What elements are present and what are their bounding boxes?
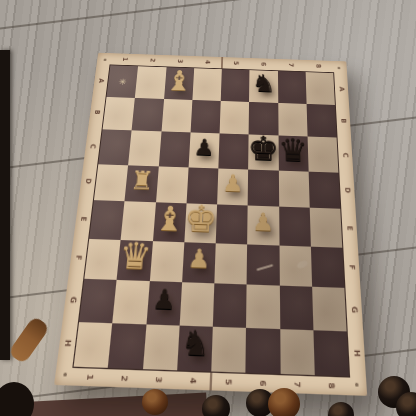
captured-wood-piece-top[interactable] xyxy=(142,389,168,415)
square-c5[interactable] xyxy=(218,133,248,169)
square-h5[interactable] xyxy=(211,326,246,373)
captured-black-piece-top[interactable] xyxy=(202,395,230,416)
square-d7[interactable] xyxy=(278,170,309,208)
coord-label-C: C xyxy=(88,144,96,149)
square-c3[interactable] xyxy=(158,131,190,167)
square-c1[interactable] xyxy=(98,129,131,165)
square-c6[interactable]: ♚ xyxy=(248,134,278,170)
coord-label-D: D xyxy=(84,179,93,185)
square-c8[interactable] xyxy=(307,136,338,172)
board-logo-star-icon: ✳ xyxy=(118,77,127,86)
square-a3[interactable]: ♝ xyxy=(164,67,194,99)
piece-white-rook-d2[interactable]: ♜ xyxy=(129,167,155,193)
square-b2[interactable] xyxy=(132,98,164,132)
coord-label-G: G xyxy=(68,296,78,303)
screw-dot xyxy=(338,67,341,70)
square-f5[interactable] xyxy=(214,243,247,285)
piece-white-queen-f2[interactable]: ♛ xyxy=(117,237,152,275)
coord-label-B: B xyxy=(339,119,347,124)
square-a5[interactable] xyxy=(221,69,250,101)
photo-scene: 12345678 12345678 ABCDEFGH ABCDEFGH ✳♝♞♟… xyxy=(0,0,416,416)
square-e3[interactable]: ♝ xyxy=(153,202,187,241)
square-g6[interactable] xyxy=(246,284,279,328)
square-g3[interactable]: ♟ xyxy=(146,281,182,325)
captured-wood-piece-top[interactable] xyxy=(268,388,300,416)
coord-label-A: A xyxy=(338,86,346,91)
square-h8[interactable] xyxy=(313,330,349,377)
square-g4[interactable] xyxy=(179,282,214,326)
coord-label-H: H xyxy=(62,340,72,347)
square-b1[interactable] xyxy=(103,97,136,131)
screw-dot xyxy=(63,373,67,377)
coord-label-1: 1 xyxy=(121,57,129,61)
coord-label-C: C xyxy=(341,152,349,157)
square-d6[interactable] xyxy=(248,169,279,207)
dark-edge-object xyxy=(0,50,10,360)
square-e4[interactable]: ♚ xyxy=(184,203,217,242)
coord-label-5: 5 xyxy=(224,379,233,385)
square-a4[interactable] xyxy=(192,68,222,100)
square-f3[interactable] xyxy=(149,241,184,283)
square-f6[interactable] xyxy=(247,244,280,286)
square-b8[interactable] xyxy=(306,104,336,138)
square-d5[interactable]: ♟ xyxy=(217,168,248,205)
coord-label-E: E xyxy=(79,216,88,221)
coord-label-D: D xyxy=(343,188,351,194)
square-f7[interactable] xyxy=(279,245,312,287)
piece-black-knight-h4[interactable]: ♞ xyxy=(180,326,211,362)
square-b4[interactable] xyxy=(190,100,220,134)
square-f2[interactable]: ♛ xyxy=(117,240,153,282)
square-g8[interactable] xyxy=(312,287,347,331)
coord-label-F: F xyxy=(74,255,83,260)
square-h6[interactable] xyxy=(246,327,280,374)
square-b5[interactable] xyxy=(220,101,250,135)
coord-label-6: 6 xyxy=(260,62,267,66)
square-d2[interactable]: ♜ xyxy=(125,165,159,202)
coord-label-5: 5 xyxy=(232,61,239,65)
square-h7[interactable] xyxy=(280,328,315,375)
square-d1[interactable] xyxy=(94,164,128,201)
piece-black-pawn-g3[interactable]: ♟ xyxy=(152,286,177,314)
square-h3[interactable] xyxy=(142,324,179,370)
square-h1[interactable] xyxy=(74,321,113,367)
square-f4[interactable]: ♟ xyxy=(182,242,216,284)
coord-label-2: 2 xyxy=(119,375,129,381)
screw-dot xyxy=(104,59,107,62)
coord-label-E: E xyxy=(345,225,354,230)
square-c2[interactable] xyxy=(128,130,161,166)
square-a7[interactable] xyxy=(278,71,307,103)
piece-white-pawn-e6[interactable]: ♟ xyxy=(252,210,274,235)
coord-label-3: 3 xyxy=(177,59,185,63)
square-a2[interactable] xyxy=(135,66,166,98)
coord-label-A: A xyxy=(97,78,105,83)
piece-black-queen-c7[interactable]: ♛ xyxy=(278,133,308,165)
square-h4[interactable]: ♞ xyxy=(177,325,213,372)
coord-label-6: 6 xyxy=(258,380,267,386)
piece-white-pawn-d5[interactable]: ♟ xyxy=(222,172,244,196)
square-c7[interactable]: ♛ xyxy=(278,135,308,171)
coord-label-8: 8 xyxy=(327,383,336,389)
coord-label-2: 2 xyxy=(149,58,157,62)
square-d8[interactable] xyxy=(308,171,340,209)
square-g2[interactable] xyxy=(113,280,150,324)
square-f1[interactable] xyxy=(84,238,121,280)
coord-label-7: 7 xyxy=(293,381,302,387)
square-e6[interactable]: ♟ xyxy=(247,206,279,246)
coord-label-7: 7 xyxy=(288,63,295,67)
piece-white-bishop-e3[interactable]: ♝ xyxy=(153,201,186,236)
piece-white-bishop-a3[interactable]: ♝ xyxy=(164,66,193,94)
square-c4[interactable]: ♟ xyxy=(188,132,219,168)
square-e8[interactable] xyxy=(309,208,342,248)
piece-white-king-e4[interactable]: ♚ xyxy=(183,200,218,238)
screw-dot xyxy=(355,383,359,387)
coord-label-1: 1 xyxy=(85,374,95,380)
piece-white-pawn-f4[interactable]: ♟ xyxy=(187,246,211,273)
coord-label-8: 8 xyxy=(315,64,322,68)
piece-black-knight-a6[interactable]: ♞ xyxy=(251,71,275,96)
square-e5[interactable] xyxy=(216,204,248,243)
square-a6[interactable]: ♞ xyxy=(249,70,278,102)
piece-black-pawn-c4[interactable]: ♟ xyxy=(193,136,215,159)
square-b3[interactable] xyxy=(161,99,192,133)
coord-label-4: 4 xyxy=(204,60,212,64)
square-e1[interactable] xyxy=(89,200,124,239)
square-a8[interactable] xyxy=(305,72,334,104)
square-e7[interactable] xyxy=(279,207,311,247)
piece-black-king-c6[interactable]: ♚ xyxy=(247,131,279,165)
coord-label-B: B xyxy=(93,110,101,115)
square-h2[interactable] xyxy=(108,323,146,369)
square-g1[interactable] xyxy=(79,279,117,323)
coord-label-G: G xyxy=(350,306,359,313)
board-squares: ✳♝♞♟♚♛♜♟♝♚♟♛♟♟♞ xyxy=(74,65,349,376)
square-a1[interactable]: ✳ xyxy=(107,65,139,97)
square-g7[interactable] xyxy=(279,286,313,330)
chess-board[interactable]: 12345678 12345678 ABCDEFGH ABCDEFGH ✳♝♞♟… xyxy=(54,53,367,396)
coord-label-4: 4 xyxy=(189,378,198,384)
coord-label-3: 3 xyxy=(154,376,164,382)
coord-label-F: F xyxy=(347,265,356,270)
coord-label-H: H xyxy=(352,350,361,357)
square-g5[interactable] xyxy=(213,283,247,327)
square-f8[interactable] xyxy=(311,246,345,288)
